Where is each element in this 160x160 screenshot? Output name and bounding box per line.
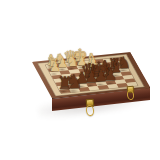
dark-rook[interactable]: ♜ bbox=[56, 75, 73, 92]
chess-set-product-photo: ♚♛♞♝♝♟♞♟♟♜♞♜♟♟♝♝♚♛♟♟♟♟♞♜ bbox=[0, 0, 160, 160]
